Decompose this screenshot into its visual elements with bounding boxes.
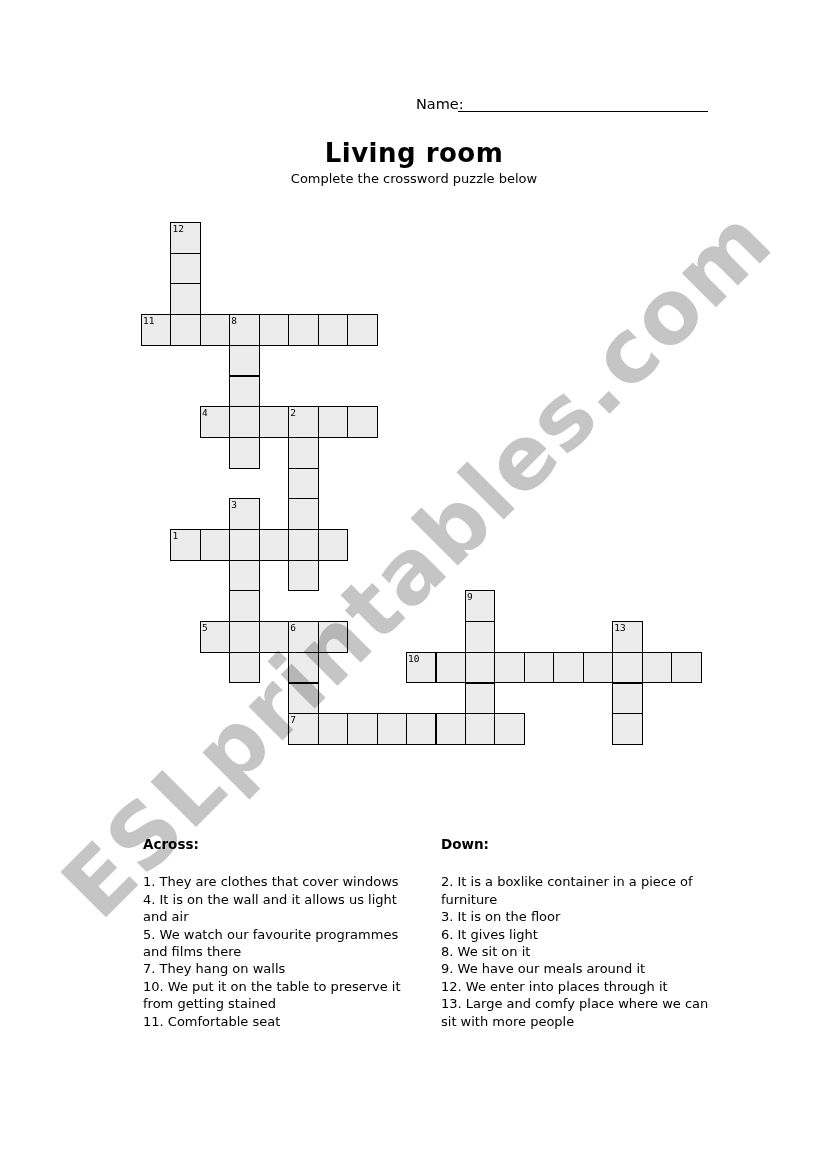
grid-cell[interactable] [671,652,701,684]
grid-cell[interactable] [259,621,289,653]
clue-number: 10 [408,653,419,664]
grid-cell[interactable] [229,621,259,653]
grid-cell[interactable] [465,621,495,653]
grid-cell[interactable]: 12 [170,222,200,254]
grid-cell[interactable]: 4 [200,406,230,438]
crossword-grid: 12118423195613107 [0,0,821,1169]
grid-cell[interactable] [229,406,259,438]
clue-number: 9 [467,591,473,602]
grid-cell[interactable] [612,683,642,715]
clue-number: 12 [172,223,183,234]
grid-cell[interactable] [583,652,613,684]
grid-cell[interactable] [318,314,348,346]
grid-cell[interactable] [465,713,495,745]
grid-cell[interactable] [288,314,318,346]
clue-number: 4 [202,407,208,418]
grid-cell[interactable] [229,560,259,592]
grid-cell[interactable] [642,652,672,684]
grid-cell[interactable] [347,713,377,745]
grid-cell[interactable]: 5 [200,621,230,653]
grid-cell[interactable]: 3 [229,498,259,530]
grid-cell[interactable] [259,529,289,561]
grid-cell[interactable] [288,437,318,469]
grid-cell[interactable] [229,652,259,684]
worksheet-page: Name: Living room Complete the crossword… [0,0,821,1169]
grid-cell[interactable] [318,713,348,745]
grid-cell[interactable] [612,713,642,745]
grid-cell[interactable] [524,652,554,684]
grid-cell[interactable] [229,345,259,377]
grid-cell[interactable]: 2 [288,406,318,438]
grid-cell[interactable] [347,314,377,346]
clue-number: 2 [290,407,296,418]
grid-cell[interactable] [170,253,200,285]
grid-cell[interactable] [288,529,318,561]
grid-cell[interactable] [288,468,318,500]
grid-cell[interactable] [288,683,318,715]
grid-cell[interactable] [553,652,583,684]
clue-number: 5 [202,622,208,633]
grid-cell[interactable] [288,560,318,592]
grid-cell[interactable] [200,529,230,561]
clue-number: 6 [290,622,296,633]
grid-cell[interactable] [170,283,200,315]
grid-cell[interactable] [436,652,466,684]
grid-cell[interactable]: 9 [465,590,495,622]
grid-cell[interactable] [229,437,259,469]
clue-number: 3 [231,499,237,510]
grid-cell[interactable] [436,713,466,745]
grid-cell[interactable] [288,652,318,684]
grid-cell[interactable] [406,713,436,745]
clue-number: 11 [143,315,154,326]
grid-cell[interactable] [318,529,348,561]
grid-cell[interactable] [612,652,642,684]
grid-cell[interactable]: 11 [141,314,171,346]
clue-number: 7 [290,714,296,725]
clue-number: 1 [172,530,178,541]
grid-cell[interactable] [318,406,348,438]
grid-cell[interactable] [229,590,259,622]
clue-number: 13 [614,622,625,633]
grid-cell[interactable] [259,406,289,438]
grid-cell[interactable] [288,498,318,530]
grid-cell[interactable] [318,621,348,653]
grid-cell[interactable] [377,713,407,745]
grid-cell[interactable]: 6 [288,621,318,653]
grid-cell[interactable]: 7 [288,713,318,745]
grid-cell[interactable] [465,652,495,684]
grid-cell[interactable] [200,314,230,346]
grid-cell[interactable] [347,406,377,438]
grid-cell[interactable] [229,376,259,408]
grid-cell[interactable]: 13 [612,621,642,653]
grid-cell[interactable] [494,652,524,684]
grid-cell[interactable] [494,713,524,745]
grid-cell[interactable]: 8 [229,314,259,346]
grid-cell[interactable]: 1 [170,529,200,561]
grid-cell[interactable]: 10 [406,652,436,684]
grid-cell[interactable] [170,314,200,346]
grid-cell[interactable] [229,529,259,561]
clue-number: 8 [231,315,237,326]
grid-cell[interactable] [259,314,289,346]
grid-cell[interactable] [465,683,495,715]
